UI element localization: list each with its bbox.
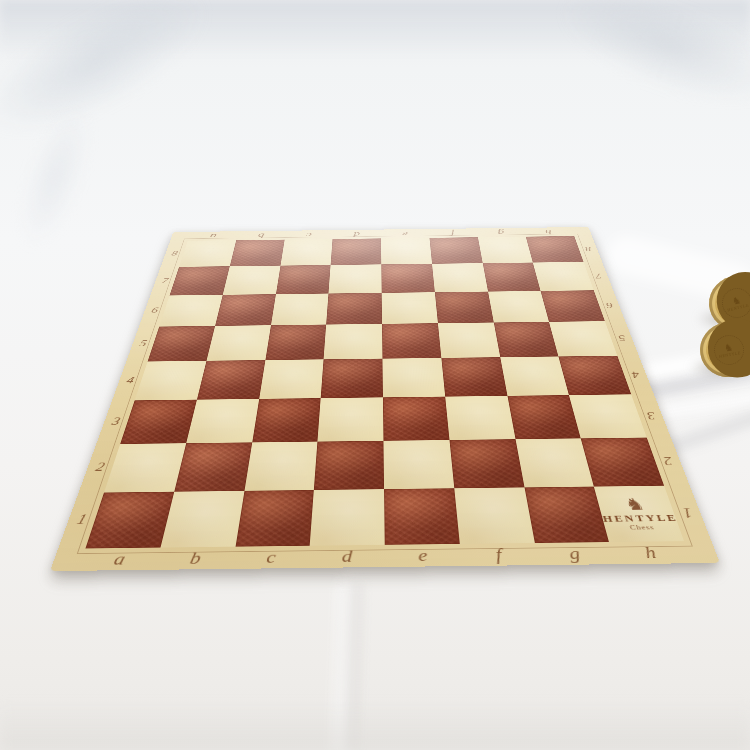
square-c1[interactable]: [235, 490, 314, 546]
rank-label-right-7: 7: [593, 272, 602, 280]
square-b2[interactable]: [174, 442, 252, 492]
file-label-top-a: a: [209, 232, 218, 240]
square-d5[interactable]: [324, 324, 383, 359]
logo-brand-text: HENTYLE: [602, 513, 679, 523]
square-f4[interactable]: [441, 357, 507, 396]
square-e7[interactable]: [381, 264, 434, 293]
chess-mat: ♞ HENTYLE Chess abcdefgh abcdefgh 876543…: [50, 227, 720, 571]
tube-stamp-text: HENTYLE: [719, 351, 741, 359]
square-e4[interactable]: [382, 358, 445, 397]
square-a7[interactable]: [170, 266, 230, 295]
rank-label-left-7: 7: [161, 277, 170, 285]
rank-label-right-4: 4: [630, 369, 641, 380]
square-h7[interactable]: [533, 262, 594, 291]
file-label-bottom-cell: a: [78, 548, 160, 571]
rank-label-right-8: 8: [584, 245, 592, 252]
file-label-bottom-b: b: [188, 548, 202, 568]
square-b3[interactable]: [186, 399, 259, 443]
rank-label-right-2: 2: [661, 454, 674, 467]
square-d1[interactable]: [310, 489, 385, 545]
square-a5[interactable]: [148, 326, 215, 361]
file-label-top-f: f: [450, 229, 455, 237]
rank-label-right-5: 5: [616, 333, 626, 343]
square-a8[interactable]: [179, 240, 236, 267]
square-b5[interactable]: [206, 325, 270, 360]
square-h8[interactable]: [526, 236, 584, 262]
square-g7[interactable]: [482, 262, 540, 291]
rank-label-left-8: 8: [170, 250, 178, 257]
square-g8[interactable]: [478, 237, 533, 263]
square-c2[interactable]: [244, 441, 318, 491]
tube-lid-stamp: ♞ HENTYLE: [719, 285, 750, 321]
file-label-bottom-cell: h: [609, 541, 692, 564]
rank-label-left-4: 4: [125, 375, 136, 386]
square-f5[interactable]: [438, 323, 500, 358]
file-label-bottom-e: e: [418, 545, 428, 565]
file-label-top-b: b: [257, 231, 265, 239]
file-label-top-e: e: [402, 230, 408, 238]
square-c3[interactable]: [252, 398, 321, 442]
square-f2[interactable]: [449, 439, 524, 489]
square-c7[interactable]: [276, 265, 331, 294]
square-e6[interactable]: [382, 292, 438, 324]
square-c6[interactable]: [271, 293, 329, 325]
square-f1[interactable]: [454, 488, 534, 544]
square-b8[interactable]: [230, 240, 285, 267]
tube-stamp-text: HENTYLE: [727, 303, 749, 312]
square-g4[interactable]: [500, 356, 569, 395]
file-label-top-d: d: [354, 230, 361, 238]
rank-label-left-2: 2: [94, 461, 107, 474]
rank-label-right-6: 6: [604, 301, 614, 310]
square-b4[interactable]: [197, 360, 265, 399]
square-d7[interactable]: [329, 264, 382, 293]
file-label-bottom-cell: b: [155, 547, 235, 570]
square-d2[interactable]: [314, 440, 384, 490]
file-label-bottom-f: f: [494, 545, 503, 565]
rank-label-left-5: 5: [138, 339, 148, 349]
square-b7[interactable]: [223, 266, 281, 295]
square-e8[interactable]: [381, 238, 432, 264]
rank-label-right-1: 1: [680, 505, 694, 520]
square-e3[interactable]: [383, 396, 449, 440]
file-label-bottom-cell: d: [308, 545, 385, 568]
square-a6[interactable]: [159, 295, 222, 327]
board-grid: ♞ HENTYLE Chess: [85, 236, 684, 548]
tube-lid-stamp: ♞ HENTYLE: [712, 332, 747, 367]
file-label-bottom-h: h: [642, 543, 659, 563]
square-b6[interactable]: [215, 294, 276, 326]
square-a4[interactable]: [135, 361, 207, 400]
square-g6[interactable]: [488, 291, 550, 323]
knight-logo-icon: ♞: [623, 496, 647, 512]
square-e2[interactable]: [383, 440, 454, 490]
rank-label-left-1: 1: [75, 512, 89, 527]
logo-sub-text: Chess: [629, 524, 655, 531]
square-d8[interactable]: [331, 238, 382, 264]
file-label-bottom-g: g: [567, 544, 582, 564]
file-label-bottom-c: c: [265, 547, 277, 567]
square-a3[interactable]: [120, 400, 196, 444]
square-c5[interactable]: [265, 325, 326, 360]
square-f6[interactable]: [435, 291, 494, 323]
file-label-bottom-cell: e: [385, 544, 462, 567]
square-g5[interactable]: [493, 322, 558, 357]
square-h6[interactable]: [541, 290, 605, 322]
square-h5[interactable]: [549, 321, 617, 356]
square-h3[interactable]: [569, 394, 647, 438]
file-label-top-h: h: [544, 228, 553, 236]
file-label-bottom-a: a: [112, 549, 128, 569]
file-label-bottom-cell: c: [232, 546, 310, 569]
square-c8[interactable]: [280, 239, 332, 266]
board-shadow-layer: ♞ HENTYLE Chess abcdefgh abcdefgh 876543…: [0, 0, 750, 750]
file-label-bottom-d: d: [341, 546, 352, 566]
file-label-bottom-cell: f: [460, 543, 539, 566]
chess-board: ♞ HENTYLE Chess abcdefgh abcdefgh 876543…: [50, 227, 720, 571]
file-label-top-c: c: [306, 231, 313, 239]
rank-label-left-6: 6: [150, 306, 159, 315]
square-e5[interactable]: [382, 323, 441, 358]
rank-label-right-3: 3: [644, 409, 656, 421]
file-label-top-g: g: [497, 229, 505, 237]
square-h1[interactable]: ♞ HENTYLE Chess: [594, 486, 684, 542]
square-a1[interactable]: [85, 492, 174, 549]
square-f7[interactable]: [432, 263, 488, 292]
square-d4[interactable]: [321, 359, 383, 398]
square-d6[interactable]: [326, 293, 382, 325]
square-a2[interactable]: [104, 443, 186, 493]
square-d3[interactable]: [318, 397, 384, 441]
square-c4[interactable]: [259, 359, 324, 398]
square-f8[interactable]: [429, 237, 482, 263]
board-logo: ♞ HENTYLE Chess: [594, 486, 684, 542]
square-h4[interactable]: [559, 356, 632, 395]
photo-scene: ♞ HENTYLE Chess abcdefgh abcdefgh 876543…: [0, 0, 750, 750]
square-e1[interactable]: [384, 488, 460, 544]
square-b1[interactable]: [160, 491, 244, 548]
rank-label-left-3: 3: [110, 416, 122, 428]
file-label-bottom-cell: g: [534, 542, 615, 565]
square-f3[interactable]: [445, 396, 515, 440]
square-h2[interactable]: [581, 437, 664, 486]
square-g3[interactable]: [507, 395, 581, 439]
